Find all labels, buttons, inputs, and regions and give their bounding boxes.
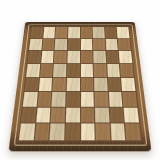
square-f2 bbox=[95, 107, 109, 122]
square-b4 bbox=[39, 78, 53, 92]
square-a1 bbox=[19, 124, 35, 140]
square-a7 bbox=[29, 39, 42, 50]
square-f6 bbox=[93, 51, 106, 63]
square-g7 bbox=[105, 39, 118, 50]
square-a6 bbox=[28, 51, 41, 63]
square-f8 bbox=[93, 27, 105, 38]
square-f7 bbox=[93, 39, 105, 50]
square-a5 bbox=[26, 64, 40, 77]
square-h7 bbox=[118, 39, 131, 50]
square-c4 bbox=[53, 78, 66, 92]
square-c8 bbox=[55, 27, 67, 38]
square-c6 bbox=[54, 51, 67, 63]
square-h4 bbox=[121, 78, 135, 92]
square-g5 bbox=[107, 64, 120, 77]
square-g8 bbox=[105, 27, 117, 38]
square-a8 bbox=[30, 27, 43, 38]
square-e7 bbox=[80, 39, 92, 50]
square-h1 bbox=[125, 124, 141, 140]
square-c7 bbox=[55, 39, 67, 50]
square-e6 bbox=[80, 51, 92, 63]
square-c3 bbox=[52, 92, 66, 106]
photo-background bbox=[0, 0, 160, 160]
square-d7 bbox=[68, 39, 80, 50]
square-f5 bbox=[94, 64, 107, 77]
square-d6 bbox=[67, 51, 79, 63]
square-d5 bbox=[67, 64, 80, 77]
square-g1 bbox=[110, 124, 125, 140]
square-e4 bbox=[80, 78, 93, 92]
square-b8 bbox=[43, 27, 55, 38]
square-h5 bbox=[120, 64, 134, 77]
square-b7 bbox=[42, 39, 55, 50]
square-e3 bbox=[81, 92, 94, 106]
square-d3 bbox=[66, 92, 79, 106]
square-a2 bbox=[21, 107, 36, 122]
square-c1 bbox=[50, 124, 65, 140]
square-h6 bbox=[119, 51, 132, 63]
square-g4 bbox=[108, 78, 122, 92]
square-b6 bbox=[41, 51, 54, 63]
board-photo bbox=[0, 0, 160, 160]
square-d4 bbox=[67, 78, 80, 92]
square-h2 bbox=[124, 107, 139, 122]
board-grid bbox=[18, 27, 143, 142]
square-c5 bbox=[53, 64, 66, 77]
square-d1 bbox=[65, 124, 79, 140]
square-f3 bbox=[95, 92, 109, 106]
chess-board bbox=[9, 22, 152, 151]
square-d2 bbox=[66, 107, 80, 122]
square-c2 bbox=[51, 107, 65, 122]
square-b1 bbox=[34, 124, 49, 140]
square-f4 bbox=[94, 78, 107, 92]
square-a4 bbox=[25, 78, 39, 92]
square-d8 bbox=[68, 27, 80, 38]
square-b2 bbox=[36, 107, 51, 122]
square-b5 bbox=[40, 64, 53, 77]
square-a3 bbox=[23, 92, 38, 106]
square-e2 bbox=[81, 107, 95, 122]
square-h3 bbox=[123, 92, 138, 106]
square-g2 bbox=[109, 107, 124, 122]
square-g3 bbox=[109, 92, 123, 106]
square-e8 bbox=[80, 27, 92, 38]
square-e5 bbox=[80, 64, 93, 77]
square-b3 bbox=[37, 92, 51, 106]
square-f1 bbox=[95, 124, 110, 140]
square-g6 bbox=[106, 51, 119, 63]
square-h8 bbox=[117, 27, 130, 38]
square-e1 bbox=[81, 124, 95, 140]
